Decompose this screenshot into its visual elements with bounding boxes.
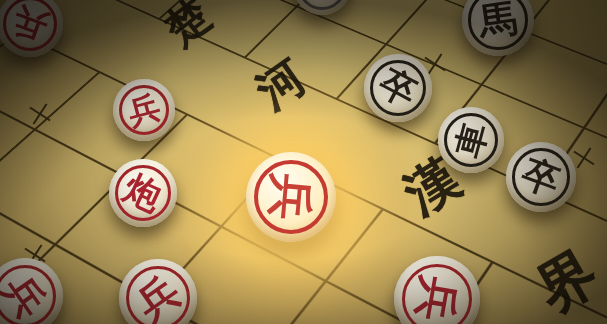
piece-black-chariot[interactable]: 車 [438, 107, 504, 173]
piece-glyph: 兵 [242, 148, 340, 246]
piece-black-horse[interactable]: 馬 [462, 0, 534, 56]
piece-glyph: 馬 [457, 0, 538, 61]
xiangqi-scene: 楚 河 漢 界 馬 兵 卒 兵 車 卒 炮 兵 [0, 0, 607, 324]
piece-red-soldier[interactable]: 兵 [394, 256, 480, 324]
piece-black-soldier[interactable]: 卒 [364, 54, 432, 122]
piece-red-soldier[interactable]: 兵 [0, 0, 63, 57]
piece-black-soldier[interactable]: 卒 [506, 142, 576, 212]
piece-red-soldier-spotlighted[interactable]: 兵 [246, 152, 336, 242]
piece-red-soldier[interactable]: 兵 [113, 79, 175, 141]
piece-red-cannon[interactable]: 炮 [109, 159, 177, 227]
piece-red-soldier[interactable]: 兵 [119, 259, 197, 324]
piece-ring [298, 0, 346, 10]
